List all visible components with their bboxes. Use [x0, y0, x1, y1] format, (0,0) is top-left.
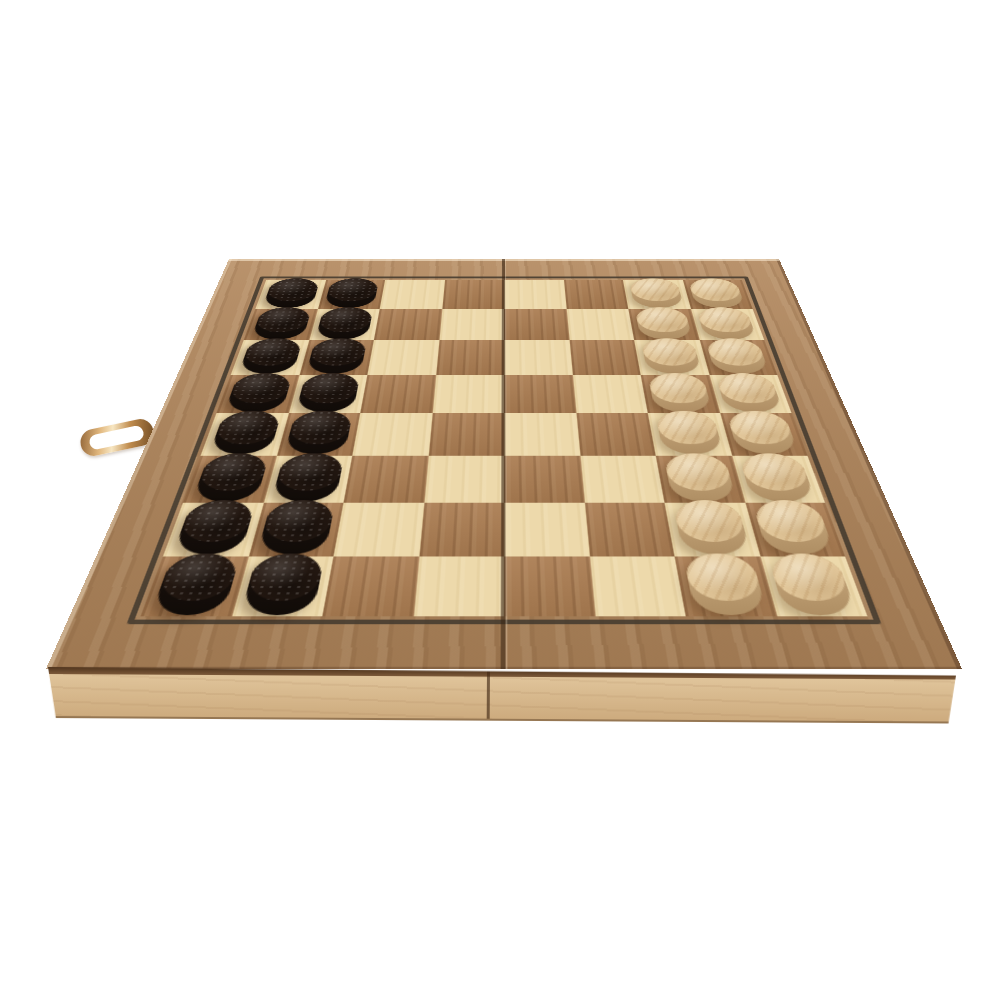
- square-r2c2: [309, 309, 380, 340]
- square-r3c3: [367, 340, 439, 375]
- dark-checker-piece: [257, 500, 336, 554]
- light-checker-piece: [726, 411, 799, 454]
- square-r1c8: [682, 280, 752, 309]
- clasp-hole: [88, 425, 145, 451]
- square-r6c3: [343, 455, 428, 502]
- fold-seam: [501, 259, 506, 669]
- square-r3c4: [436, 340, 504, 375]
- square-r8c3: [322, 556, 418, 616]
- square-r7c6: [584, 503, 674, 556]
- front-fold-seam: [486, 670, 489, 719]
- square-r6c6: [580, 455, 665, 502]
- square-r7c5: [504, 503, 589, 556]
- square-r6c7: [656, 455, 745, 502]
- square-r8c2: [231, 556, 333, 616]
- light-checker-piece: [738, 453, 816, 501]
- dark-checker-piece: [224, 373, 293, 412]
- square-r2c7: [628, 309, 699, 340]
- dark-checker-piece: [191, 453, 269, 501]
- square-r1c1: [255, 280, 325, 309]
- square-r4c6: [572, 375, 647, 413]
- square-r1c6: [563, 280, 628, 309]
- dark-checker-piece: [306, 338, 368, 373]
- dark-checker-piece: [209, 411, 282, 454]
- board-scene: [229, 259, 779, 809]
- square-r5c1: [201, 413, 289, 455]
- square-r8c5: [504, 556, 595, 616]
- dark-checker-piece: [241, 553, 326, 615]
- square-r2c5: [504, 309, 569, 340]
- square-r2c4: [439, 309, 504, 340]
- square-r5c5: [504, 413, 580, 455]
- square-r4c2: [288, 375, 367, 413]
- dark-checker-piece: [272, 453, 346, 501]
- dark-checker-piece: [296, 373, 361, 412]
- dark-checker-piece: [284, 411, 353, 454]
- dark-checker-piece: [238, 338, 303, 373]
- square-r1c2: [318, 280, 385, 309]
- square-r1c5: [504, 280, 566, 309]
- dark-checker-piece: [324, 278, 379, 307]
- square-r5c2: [277, 413, 361, 455]
- square-r4c1: [217, 375, 300, 413]
- square-r6c5: [504, 455, 584, 502]
- square-r4c3: [360, 375, 435, 413]
- square-r1c4: [442, 280, 504, 309]
- square-r3c2: [299, 340, 374, 375]
- light-checker-piece: [752, 500, 836, 554]
- square-r3c7: [634, 340, 709, 375]
- square-r5c3: [352, 413, 432, 455]
- dark-checker-piece: [250, 307, 311, 339]
- square-r2c6: [566, 309, 634, 340]
- light-checker-piece: [767, 553, 857, 615]
- square-r5c7: [648, 413, 732, 455]
- square-r3c8: [699, 340, 777, 375]
- light-checker-piece: [628, 278, 683, 307]
- square-r4c8: [709, 375, 792, 413]
- dark-checker-piece: [262, 278, 320, 307]
- square-r8c6: [589, 556, 685, 616]
- light-checker-piece: [663, 453, 737, 501]
- square-r2c8: [690, 309, 764, 340]
- square-r7c7: [665, 503, 760, 556]
- square-r7c2: [248, 503, 343, 556]
- light-checker-piece: [682, 553, 767, 615]
- square-r6c2: [263, 455, 352, 502]
- light-checker-piece: [688, 278, 746, 307]
- square-r5c8: [720, 413, 808, 455]
- square-r3c1: [231, 340, 309, 375]
- square-r3c5: [504, 340, 572, 375]
- square-r6c1: [183, 455, 277, 502]
- product-photo-stage: [0, 0, 1000, 1000]
- dark-checker-piece: [172, 500, 256, 554]
- square-r7c4: [419, 503, 504, 556]
- box-front-edge: [48, 667, 956, 724]
- square-r6c4: [424, 455, 504, 502]
- square-r4c7: [641, 375, 720, 413]
- dark-checker-piece: [150, 553, 240, 615]
- checkers-board: [46, 259, 962, 669]
- square-r2c3: [374, 309, 442, 340]
- light-checker-piece: [647, 373, 712, 412]
- square-r4c5: [504, 375, 576, 413]
- square-r5c4: [428, 413, 504, 455]
- square-r7c3: [334, 503, 424, 556]
- light-checker-piece: [696, 307, 757, 339]
- square-r4c4: [432, 375, 504, 413]
- square-r5c6: [576, 413, 656, 455]
- light-checker-piece: [634, 307, 692, 339]
- light-checker-piece: [705, 338, 770, 373]
- dark-checker-piece: [315, 307, 373, 339]
- square-r3c6: [569, 340, 641, 375]
- square-r2c1: [244, 309, 318, 340]
- square-r8c4: [413, 556, 504, 616]
- light-checker-piece: [654, 411, 723, 454]
- square-r1c7: [623, 280, 690, 309]
- square-r1c3: [380, 280, 445, 309]
- light-checker-piece: [640, 338, 702, 373]
- light-checker-piece: [672, 500, 751, 554]
- light-checker-piece: [715, 373, 784, 412]
